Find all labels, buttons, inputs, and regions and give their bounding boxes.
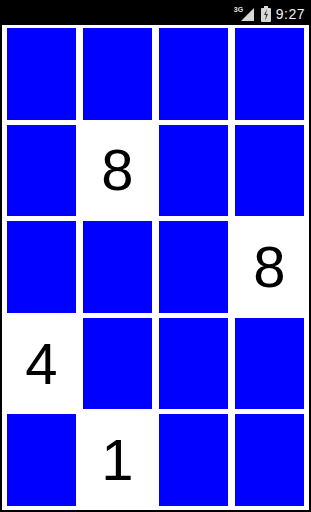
tile-r3c3[interactable] [159,221,228,313]
tile-r4c2[interactable] [83,318,152,410]
tile-r5c1[interactable] [7,414,76,506]
tile-r2c4[interactable] [235,125,304,217]
tile-r1c4[interactable] [235,28,304,120]
tile-r4c4[interactable] [235,318,304,410]
game-board: 8841 [2,25,309,510]
tile-r2c2[interactable]: 8 [83,125,152,217]
tile-r3c2[interactable] [83,221,152,313]
tile-r2c1[interactable] [7,125,76,217]
signal-triangle-icon [241,8,254,21]
tile-r5c3[interactable] [159,414,228,506]
tile-r1c3[interactable] [159,28,228,120]
clock: 9:27 [276,6,305,22]
tile-r4c1[interactable]: 4 [7,318,76,410]
cellular-signal-icon: 3G [234,6,256,22]
tile-r3c1[interactable] [7,221,76,313]
tile-r5c2[interactable]: 1 [83,414,152,506]
tile-r2c3[interactable] [159,125,228,217]
app-screen: 3G 9:27 8841 [0,0,311,512]
battery-charging-icon [261,6,271,22]
tile-r5c4[interactable] [235,414,304,506]
tile-r3c4[interactable]: 8 [235,221,304,313]
status-bar: 3G 9:27 [2,2,309,25]
tile-r4c3[interactable] [159,318,228,410]
tile-r1c1[interactable] [7,28,76,120]
tile-r1c2[interactable] [83,28,152,120]
